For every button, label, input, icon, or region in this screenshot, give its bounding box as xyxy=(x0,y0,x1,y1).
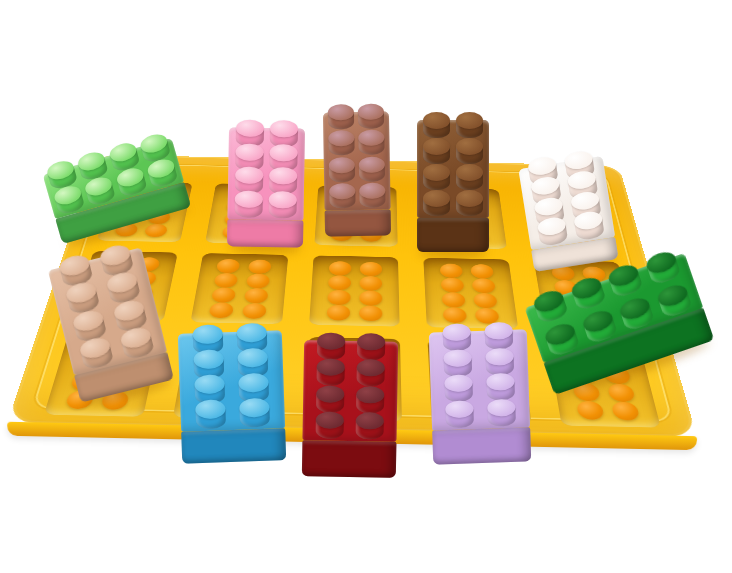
brick-chocolate xyxy=(417,120,489,252)
stud xyxy=(573,210,605,241)
stud xyxy=(329,183,355,208)
cavity-bump xyxy=(211,287,236,302)
brick-front-face xyxy=(432,427,531,464)
cavity-r2c4 xyxy=(423,258,518,330)
stud xyxy=(423,138,450,164)
stud-cap xyxy=(356,386,384,403)
brick-front-face xyxy=(227,219,303,247)
product-photo xyxy=(0,0,732,573)
brick-front-face xyxy=(325,209,391,236)
stud xyxy=(358,104,384,129)
cavity-bump xyxy=(473,293,498,309)
cavity-bump xyxy=(472,278,496,293)
cavity-bump xyxy=(216,259,240,274)
stud xyxy=(359,130,385,155)
cavity-bump xyxy=(248,259,272,274)
cavity-bump xyxy=(359,305,382,321)
stud xyxy=(487,399,516,427)
stud xyxy=(328,157,354,182)
cavity-bump xyxy=(329,261,352,276)
stud xyxy=(269,191,297,218)
stud xyxy=(357,359,385,386)
stud xyxy=(327,104,353,129)
stud xyxy=(484,322,513,350)
cavity-bump xyxy=(360,262,382,277)
cavity-r2c2 xyxy=(191,253,288,324)
brick-white xyxy=(518,156,618,272)
stud-cap xyxy=(234,190,262,207)
stud xyxy=(536,216,568,247)
brick-pink xyxy=(227,127,305,247)
stud-cap xyxy=(317,332,345,349)
cavity-bump xyxy=(440,263,463,278)
stud xyxy=(195,399,226,429)
stud-cap xyxy=(327,104,353,120)
stud-cap xyxy=(315,411,343,428)
cavity-bump xyxy=(242,303,267,319)
stud xyxy=(423,164,450,190)
cavity-bump xyxy=(246,273,270,288)
cavity-bumps xyxy=(204,259,275,318)
brick-caramel xyxy=(323,111,391,236)
stud-cap xyxy=(456,112,483,129)
cavity-bump xyxy=(441,277,465,292)
cavity-bump xyxy=(326,305,350,321)
stud xyxy=(356,412,384,439)
stud-cap xyxy=(423,164,450,181)
stud-cap xyxy=(270,144,298,161)
stud-cap xyxy=(423,138,450,155)
stud xyxy=(316,359,344,386)
cavity-bumps xyxy=(322,261,387,321)
stud xyxy=(456,112,483,138)
cavity-r2c3 xyxy=(309,255,400,327)
stud xyxy=(316,385,344,412)
stud xyxy=(485,347,514,375)
cavity-bump xyxy=(442,292,466,307)
brick-blue xyxy=(178,330,286,464)
stud-cap xyxy=(456,138,483,155)
stud-cap xyxy=(423,190,450,207)
stud xyxy=(456,138,483,164)
stud-cap xyxy=(316,385,344,402)
stud xyxy=(456,190,483,216)
stud xyxy=(315,411,343,438)
cavity-bump xyxy=(209,302,235,318)
stud xyxy=(423,190,450,216)
stud xyxy=(486,373,515,401)
cavity-bump xyxy=(214,273,239,288)
stud-cap xyxy=(235,143,263,160)
stud xyxy=(423,112,450,138)
brick-front-face xyxy=(181,428,286,464)
cavity-bump xyxy=(471,264,495,279)
stud xyxy=(359,183,385,208)
stud-cap xyxy=(329,183,355,199)
cavity-bump xyxy=(244,288,269,303)
stud xyxy=(359,156,385,181)
stud xyxy=(234,190,262,217)
stud xyxy=(328,130,354,155)
cavity-bump xyxy=(443,307,467,323)
cavity-bump xyxy=(328,275,351,290)
brick-lavender xyxy=(429,329,532,464)
stud xyxy=(356,386,384,413)
cavity-bump xyxy=(576,401,605,420)
stud-cap xyxy=(236,119,264,136)
stud xyxy=(357,333,385,360)
stud-cap xyxy=(456,164,483,181)
cavity-bump xyxy=(327,290,350,305)
stud xyxy=(456,164,483,190)
cavity-bump xyxy=(611,402,641,421)
cavity-bump xyxy=(607,384,636,402)
cavity-bump xyxy=(359,290,382,305)
brick-front-face xyxy=(302,440,397,478)
cavity-bump xyxy=(475,308,500,324)
stud xyxy=(443,349,472,377)
stud-cap xyxy=(423,112,450,129)
stud-cap xyxy=(328,157,354,173)
stud xyxy=(444,375,473,403)
stud xyxy=(442,323,471,351)
stud-cap xyxy=(456,190,483,207)
cavity-bump xyxy=(360,276,383,291)
brick-front-face xyxy=(417,218,489,252)
cavity-bumps xyxy=(436,263,505,323)
stud xyxy=(239,398,270,428)
brick-dark-red xyxy=(302,340,398,478)
stud xyxy=(317,332,345,359)
stud xyxy=(445,400,474,428)
